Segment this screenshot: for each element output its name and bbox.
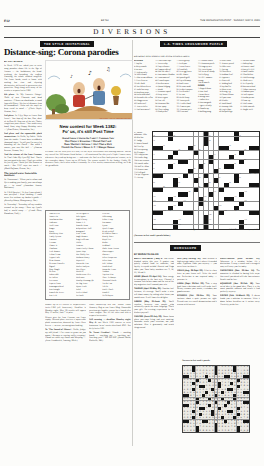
clue-number: 42 (173, 155, 175, 157)
clue-number: 79 (199, 178, 201, 180)
grid-cell (224, 137, 229, 141)
clue-number: 75 (153, 178, 155, 180)
grid-cell: 45 (234, 155, 239, 159)
clue-number: 120 (173, 206, 175, 208)
grid-cell: 87 (214, 183, 219, 187)
grid-cell (254, 206, 259, 210)
grid-cell: 109 (209, 197, 214, 201)
clue-number: 74 (254, 174, 256, 176)
answers-note: (Answers to last week's puzzle below.) (134, 235, 260, 237)
grid-cell (254, 178, 259, 182)
grid-cell (188, 202, 193, 206)
clue-number: 31 (153, 150, 155, 152)
clue-number: 115 (204, 201, 206, 203)
grid-cell (234, 202, 239, 206)
grid-cell (199, 160, 204, 164)
grid-cell: 138 (254, 215, 259, 219)
black-cell (204, 220, 209, 224)
prize-info: Other runners-up win our 'Whole Fools' G… (89, 304, 131, 330)
grid-cell (204, 169, 209, 173)
clue-number: 63 (194, 169, 196, 171)
clue-number: 109 (209, 197, 211, 199)
across-clue: 109 Corn unit (177, 111, 197, 113)
grid-cell (244, 169, 249, 173)
grid-cell: 26 (234, 141, 239, 145)
grid-cell (214, 137, 219, 141)
article-headline: Distance-sing: Corona parodies (4, 47, 131, 57)
grid-cell: 60 (239, 164, 244, 168)
entry-label: To 'The Sound of Silence': (45, 329, 73, 331)
grid-cell (183, 188, 188, 192)
grid-cell (249, 160, 254, 164)
clue-number: 108 (204, 197, 206, 199)
grid-cell: 89 (234, 183, 239, 187)
clue-number: 60 (239, 164, 241, 166)
grid-cell (214, 164, 219, 168)
grid-cell (239, 188, 244, 192)
clue-number: 20 (173, 136, 175, 138)
grid-cell (234, 146, 239, 150)
horoscope-entry: VIRGO (Aug. 23-Sept. 22). A list is a lo… (177, 270, 217, 281)
grid-cell: 54 (173, 164, 178, 168)
grid-cell: 82 (239, 178, 244, 182)
grid-cell: 137 (249, 215, 254, 219)
grid-cell: 22 (239, 137, 244, 141)
clue-number: 21 (209, 136, 211, 138)
grid-cell (204, 211, 209, 215)
grid-cell (239, 146, 244, 150)
clue-number: 100 (194, 192, 196, 194)
clue-number: 89 (234, 183, 236, 185)
grid-cell: 37 (224, 151, 229, 155)
clue-number: 59 (234, 164, 236, 166)
grid-cell (244, 206, 249, 210)
grid-cell: 83 (153, 183, 158, 187)
grid-cell: 63 (194, 169, 199, 173)
grid-cell (219, 220, 224, 224)
grid-cell (178, 211, 183, 215)
clue-number: 106 (179, 197, 181, 199)
black-cell (168, 132, 173, 136)
grid-cell (229, 137, 234, 141)
clue-number: 39 (249, 150, 251, 152)
grid-cell: 85 (194, 183, 199, 187)
grid-cell (244, 211, 249, 215)
article-column-3: Other runners-up win our 'Whole Fools' G… (89, 304, 131, 446)
clue-number: 132 (158, 215, 160, 217)
entry-text: You'll translate between two people who … (134, 301, 174, 314)
grid-cell: 58 (209, 164, 214, 168)
clue-number: 80 (204, 178, 206, 180)
grid-cell (224, 220, 229, 224)
grid-cell: 30 (229, 146, 234, 150)
clue-number: 123 (219, 206, 221, 208)
clue-number: 93 (204, 187, 206, 189)
clue-number: 5 (179, 132, 180, 134)
down-clue: 9 Building wing (198, 111, 218, 113)
grid-cell (158, 197, 163, 201)
clue-number: 29 (204, 146, 206, 148)
clue-number: 116 (224, 201, 226, 203)
grid-cell: 55 (178, 164, 183, 168)
clue-number: 66 (224, 169, 226, 171)
clue-number: 52 (244, 160, 246, 162)
clue-number: 38 (244, 150, 246, 152)
entry-label: LIBRA (Sept. 23-Oct. 22). (177, 283, 206, 285)
grid-cell (168, 220, 173, 224)
grid-cell (204, 155, 209, 159)
grid-cell (219, 160, 224, 164)
grid-cell: 111 (239, 197, 244, 201)
grid-cell (229, 192, 234, 196)
clue-number: 40 (254, 150, 256, 152)
grid-cell: 38 (244, 151, 249, 155)
grid-cell (158, 183, 163, 187)
paper-date: THE WASHINGTON POST . SUNDAY, MAY 3, 202… (200, 19, 260, 23)
clue-number: 112 (153, 201, 155, 203)
grid-cell: 9 (199, 132, 204, 136)
grid-cell: 20 (173, 137, 178, 141)
clue-number: 50 (214, 160, 216, 162)
grid-cell: 80 (204, 178, 209, 182)
grid-cell (214, 220, 219, 224)
svg-text:♪: ♪ (70, 74, 73, 80)
grid-cell: 50 (214, 160, 219, 164)
clue-number: 24 (168, 141, 170, 143)
grid-cell: 33 (178, 151, 183, 155)
clue-number: 102 (219, 192, 221, 194)
clue-number: 82 (239, 178, 241, 180)
result-entry: 2nd place and the squeezable plush coron… (4, 133, 42, 152)
clue-number: 110 (234, 197, 236, 199)
svg-text:♪: ♪ (88, 70, 92, 77)
grid-cell (249, 178, 254, 182)
grid-cell (173, 169, 178, 173)
entry-text: 'Hello, fridge, my old friend / I've com… (45, 329, 86, 342)
grid-cell (194, 202, 199, 206)
across-clue: 20 Tax-deferred acct. (134, 86, 154, 88)
grid-cell (229, 206, 234, 210)
grid-cell (249, 220, 254, 224)
clue-number: 36 (219, 150, 221, 152)
entry-text: To 'Yesterday': 'Yesterday, all my troub… (4, 204, 42, 214)
grid-cell (249, 137, 254, 141)
clue-number: 49 (189, 160, 191, 162)
parody-verse-1: To 'The Sound of Silence': 'Hello, fridg… (45, 329, 86, 343)
entry-text: Adventure is a mindset before it's a des… (220, 261, 260, 268)
grid-cell (249, 155, 254, 159)
grid-cell: 5 (178, 132, 183, 136)
grid-cell: 94 (224, 188, 229, 192)
grid-cell: 68 (163, 174, 168, 178)
grid-cell (188, 197, 193, 201)
grid-cell (158, 220, 163, 224)
grid-cell: 16 (244, 132, 249, 136)
clue-number: 131 (153, 215, 155, 217)
grid-cell: 66 (224, 169, 229, 173)
grid-cell: 67 (229, 169, 234, 173)
honorable-mention: To 'I Will Survive': 'At first I was afr… (4, 192, 42, 203)
grid-cell: 103 (244, 192, 249, 196)
clue-number: 136 (219, 215, 221, 217)
clue-number: 105 (173, 197, 175, 199)
grid-cell: 65 (219, 169, 224, 173)
black-cell (173, 178, 178, 182)
clue-number: 128 (214, 211, 216, 213)
grid-cell (214, 215, 219, 219)
grid-cell (254, 197, 259, 201)
clue-number: 9 (199, 132, 200, 134)
entry-text: To 'My Favorite Things': 'Rolls of new C… (4, 94, 42, 113)
grid-cell (214, 141, 219, 145)
grid-cell (158, 137, 163, 141)
clue-number: 19 (153, 136, 155, 138)
section-title: DIVERSIONS (0, 28, 264, 36)
grid-cell: 64 (199, 169, 204, 173)
grid-cell (199, 192, 204, 196)
grid-cell (224, 155, 229, 159)
grid-cell (168, 188, 173, 192)
grid-cell: 134 (188, 215, 193, 219)
grid-cell: 116 (224, 202, 229, 206)
black-cell (173, 220, 178, 224)
grid-cell: 81 (219, 178, 224, 182)
solution-header: Answers to last week's puzzle: (182, 360, 248, 362)
grid-cell (163, 197, 168, 201)
grid-cell (163, 155, 168, 159)
clue-number: 45 (234, 155, 236, 157)
clue-number: 17 (249, 132, 251, 134)
grid-cell: 13 (224, 132, 229, 136)
black-cell (234, 174, 239, 178)
contest-paragraph: Winner gets the Lose Cannon, our Loser t… (45, 317, 86, 328)
clue-number: 68 (163, 174, 165, 176)
grid-cell (224, 192, 229, 196)
grid-cell (168, 146, 173, 150)
grid-cell: 62 (168, 169, 173, 173)
grid-cell (183, 183, 188, 187)
clue-number: 25 (209, 141, 211, 143)
clue-number: 43 (194, 155, 196, 157)
grid-cell (168, 178, 173, 182)
clue-number: 92 (199, 187, 201, 189)
clue-number: 8 (194, 132, 195, 134)
honorable-mention: To 'Downtown': 'When you're alone and li… (4, 179, 42, 190)
grid-cell: 74 (254, 174, 259, 178)
horse-name: Wells Bayou (102, 295, 126, 297)
grid-cell (183, 146, 188, 150)
clue-number: 57 (204, 164, 206, 166)
grid-cell: 39 (249, 151, 254, 155)
grid-cell (173, 174, 178, 178)
grid-cell (199, 215, 204, 219)
clue-number: 104 (153, 197, 155, 199)
grid-cell: 3 (163, 132, 168, 136)
black-cell (239, 220, 244, 224)
grid-cell: 93 (204, 188, 209, 192)
grid-cell: 127 (194, 211, 199, 215)
article-column-1: BY PAT MYERS In Week 1378 we asked you t… (4, 61, 42, 446)
down-clue: 49 Ballpark figs. (219, 111, 239, 113)
grid-cell (224, 160, 229, 164)
grid-cell: 51 (229, 160, 234, 164)
entry-label: And the winner of the Lose Cannon: (4, 154, 42, 156)
entry-label: LEO (July 23-Aug. 22). (177, 258, 202, 260)
entry-text: Submit up to 25 entries at wapo.st/enter… (45, 304, 86, 314)
clue-number: 119 (153, 206, 155, 208)
clue-number: 18 (254, 132, 256, 134)
grid-cell (254, 164, 259, 168)
grid-cell: 132 (158, 215, 163, 219)
grid-cell: 25 (209, 141, 214, 145)
entry-text: To 'Downtown': 'When you're alone and li… (4, 179, 42, 189)
clue-number: 135 (209, 215, 211, 217)
grid-cell (183, 206, 188, 210)
grid-cell: 119 (153, 206, 158, 210)
clue-number: 11 (214, 132, 216, 134)
clue-number: 44 (214, 155, 216, 157)
grid-cell: 130 (234, 211, 239, 215)
grid-cell (244, 178, 249, 182)
clue-number: 126 (168, 211, 170, 213)
grid-cell (254, 202, 259, 206)
grid-cell: 24 (168, 141, 173, 145)
grid-cell (234, 215, 239, 219)
grid-cell: 96 (254, 188, 259, 192)
horoscope-entry: SAGITTARIUS (Nov. 22-Dec. 21). Adventure… (220, 258, 260, 269)
grid-cell: 92 (199, 188, 204, 192)
grid-cell: 79 (199, 178, 204, 182)
horoscope-entry: LEO (July 23-Aug. 22). Your warmth is hi… (177, 258, 217, 269)
grid-cell (209, 146, 214, 150)
grid-cell (239, 215, 244, 219)
grid-cell (183, 155, 188, 159)
svg-text:♫: ♫ (106, 67, 110, 73)
clue-number: 4 (173, 132, 174, 134)
grid-cell (188, 178, 193, 182)
entry-label: ARIES (March 21-April 19). (134, 276, 163, 278)
grid-cell (168, 215, 173, 219)
crossword-clues: ACROSS 1 Tiny bit4 Sheep sounds8 Pro vot… (134, 60, 260, 130)
new-contest-subhead: New contest for Week 1382: Fo' us, it's … (45, 124, 131, 134)
grid-cell (249, 192, 254, 196)
foal-example: Finnick the Fierce x Honor A. P. = Hunge… (45, 146, 131, 149)
grid-cell (188, 141, 193, 145)
clue-number: 91 (173, 187, 175, 189)
clue-number: 113 (168, 201, 170, 203)
grid-cell (163, 192, 168, 196)
grid-cell (224, 178, 229, 182)
grid-cell (229, 215, 234, 219)
grid-cell: 76 (158, 178, 163, 182)
clue-number: 83 (153, 183, 155, 185)
grid-cell: 56 (183, 164, 188, 168)
entry-label: SAGITTARIUS (Nov. 22-Dec. 21). (220, 258, 260, 260)
grid-cell (239, 211, 244, 215)
horoscope-entry: SCORPIO (Oct. 23-Nov. 21). Your instinct… (177, 295, 217, 306)
grid-cell (178, 141, 183, 145)
entry-text: To 'Fifty Ways to Leave Your Lover': 'Ju… (4, 115, 42, 131)
grid-cell (209, 188, 214, 192)
horoscope-column-3: SAGITTARIUS (Nov. 22-Dec. 21). Adventure… (220, 258, 260, 363)
clue-number: 140 (179, 220, 181, 222)
grid-cell (244, 141, 249, 145)
grid-cell: 129 (224, 211, 229, 215)
grid-cell (183, 151, 188, 155)
grid-cell (244, 183, 249, 187)
grid-cell: 14 (229, 132, 234, 136)
results-list: 4th place: To 'My Favorite Things': 'Rol… (4, 94, 42, 170)
clue-number: 34 (189, 150, 191, 152)
grid-cell (163, 137, 168, 141)
clue-number: 71 (214, 174, 216, 176)
clue-number: 101 (214, 192, 216, 194)
clue-number: 70 (209, 174, 211, 176)
crossword-kicker: L.A. TIMES CROSSWORD PUZZLE (160, 41, 227, 47)
grid-cell (178, 137, 183, 141)
grid-cell (209, 151, 214, 155)
grid-cell: 88 (229, 183, 234, 187)
clue-number: 141 (209, 220, 211, 222)
clue-number: 121 (179, 206, 181, 208)
grid-cell: 102 (219, 192, 224, 196)
grid-cell: 7 (188, 132, 193, 136)
grid-cell (249, 164, 254, 168)
grid-cell: 122 (199, 206, 204, 210)
grid-cell (173, 146, 178, 150)
clue-number: 103 (244, 192, 246, 194)
grid-cell (244, 174, 249, 178)
grid-cell (158, 164, 163, 168)
entry-label: 3rd place: (4, 115, 15, 117)
clue-number: 14 (229, 132, 231, 134)
clue-number: 134 (189, 215, 191, 217)
grid-cell: 128 (214, 211, 219, 215)
down-clue: 115 Pen tip (134, 177, 151, 179)
grid-cell (188, 206, 193, 210)
clue-number: 86 (209, 183, 211, 185)
horoscope-entry: AQUARIUS (Jan. 20-Feb. 18). Your weird i… (220, 283, 260, 294)
grid-cell (188, 183, 193, 187)
clue-number: 7 (189, 132, 190, 134)
grid-cell: 49 (188, 160, 193, 164)
grid-cell (194, 215, 199, 219)
horoscope-entry: LIBRA (Sept. 23-Oct. 22). Take a step ba… (177, 283, 217, 294)
clue-number: 22 (239, 136, 241, 138)
clue-number: 73 (249, 174, 251, 176)
horse-names-column-2: Green Light GoHalo AgainHigh VelocityHon… (76, 213, 100, 297)
black-cell (234, 132, 239, 136)
solution-grid: ACTSCHEMATRADESPARLOOPOODLERANEETIDEABSO… (182, 365, 250, 433)
grid-cell: 120 (173, 206, 178, 210)
black-cell (204, 132, 209, 136)
contest-paragraph: Other runners-up win our 'Whole Fools' G… (89, 304, 131, 318)
grid-cell: 35 (199, 151, 204, 155)
grid-cell (254, 160, 259, 164)
grid-cell: 117 (229, 202, 234, 206)
clue-number: 65 (219, 169, 221, 171)
clue-number: 67 (229, 169, 231, 171)
clue-number: 84 (179, 183, 181, 185)
clue-number: 98 (158, 192, 160, 194)
grid-cell (163, 178, 168, 182)
horoscope-entry: CANCER (June 22-July 22). Home hums when… (134, 316, 174, 330)
clue-number: 35 (199, 150, 201, 152)
grid-cell (194, 160, 199, 164)
grid-cell (188, 137, 193, 141)
grid-cell: 70 (209, 174, 214, 178)
grid-cell (234, 220, 239, 224)
